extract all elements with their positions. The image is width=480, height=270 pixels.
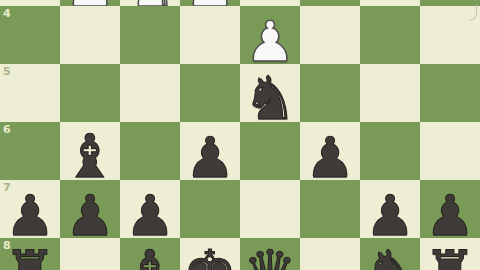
- square-c4[interactable]: [300, 6, 360, 64]
- square-b5[interactable]: [360, 64, 420, 122]
- square-b4[interactable]: [360, 6, 420, 64]
- square-h6[interactable]: 6: [0, 122, 60, 180]
- rank-label-4: 4: [3, 8, 11, 19]
- square-h5[interactable]: 5: [0, 64, 60, 122]
- black-pawn-f7[interactable]: ♟: [125, 188, 175, 244]
- black-bishop-f8[interactable]: ♝: [123, 242, 177, 270]
- square-f4[interactable]: [120, 6, 180, 64]
- square-b7[interactable]: ♟: [360, 180, 420, 238]
- square-h7[interactable]: 7♟: [0, 180, 60, 238]
- square-h8[interactable]: 8♜: [0, 238, 60, 270]
- square-b6[interactable]: [360, 122, 420, 180]
- square-d5[interactable]: ♞: [240, 64, 300, 122]
- square-e8[interactable]: ♚: [180, 238, 240, 270]
- black-knight-b8[interactable]: ♞: [363, 242, 417, 270]
- black-pawn-a7[interactable]: ♟: [425, 188, 475, 244]
- rank-label-6: 6: [3, 124, 11, 135]
- black-pawn-b7[interactable]: ♟: [365, 188, 415, 244]
- black-bishop-g6[interactable]: ♝: [63, 126, 117, 186]
- black-rook-a8[interactable]: ♜: [423, 242, 477, 270]
- square-g4[interactable]: [60, 6, 120, 64]
- square-a7[interactable]: ♟: [420, 180, 480, 238]
- black-pawn-g7[interactable]: ♟: [65, 188, 115, 244]
- square-g7[interactable]: ♟: [60, 180, 120, 238]
- square-d8[interactable]: ♛: [240, 238, 300, 270]
- square-f5[interactable]: [120, 64, 180, 122]
- square-a8[interactable]: ♜: [420, 238, 480, 270]
- square-h4[interactable]: 4: [0, 6, 60, 64]
- square-c7[interactable]: [300, 180, 360, 238]
- black-pawn-c6[interactable]: ♟: [305, 130, 355, 186]
- square-e5[interactable]: [180, 64, 240, 122]
- rank-label-5: 5: [3, 66, 11, 77]
- chess-board: ♟♞♟4♟5♞6♝♟♟7♟♟♟♟♟8♜♝♚♛♞♜: [0, 0, 480, 270]
- square-c6[interactable]: ♟: [300, 122, 360, 180]
- square-a5[interactable]: [420, 64, 480, 122]
- square-e6[interactable]: ♟: [180, 122, 240, 180]
- black-pawn-e6[interactable]: ♟: [185, 130, 235, 186]
- square-f8[interactable]: ♝: [120, 238, 180, 270]
- black-knight-d5[interactable]: ♞: [243, 68, 297, 128]
- square-g5[interactable]: [60, 64, 120, 122]
- square-c8[interactable]: [300, 238, 360, 270]
- square-e4[interactable]: [180, 6, 240, 64]
- square-g8[interactable]: [60, 238, 120, 270]
- square-e7[interactable]: [180, 180, 240, 238]
- white-pawn-d4[interactable]: ♟: [245, 14, 295, 70]
- black-king-e8[interactable]: ♚: [183, 242, 237, 270]
- chess-app-screen: ♟♞♟4♟5♞6♝♟♟7♟♟♟♟♟8♜♝♚♛♞♜: [0, 0, 480, 270]
- square-d4[interactable]: ♟: [240, 6, 300, 64]
- square-b8[interactable]: ♞: [360, 238, 420, 270]
- square-g6[interactable]: ♝: [60, 122, 120, 180]
- square-d7[interactable]: [240, 180, 300, 238]
- black-pawn-h7[interactable]: ♟: [5, 188, 55, 244]
- black-queen-d8[interactable]: ♛: [243, 242, 297, 270]
- black-rook-h8[interactable]: ♜: [3, 242, 57, 270]
- square-f6[interactable]: [120, 122, 180, 180]
- square-d6[interactable]: [240, 122, 300, 180]
- square-c5[interactable]: [300, 64, 360, 122]
- square-f7[interactable]: ♟: [120, 180, 180, 238]
- square-a6[interactable]: [420, 122, 480, 180]
